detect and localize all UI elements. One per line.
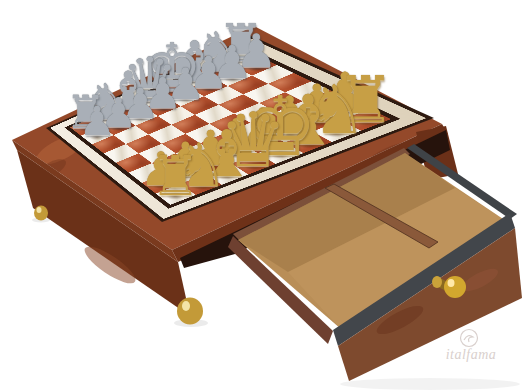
piece-white-rook-a1: ♜ [151,150,200,205]
foot-highlight [37,207,42,213]
brass-foot-left [34,206,48,221]
piece-black-pawn-a7: ♟ [79,103,115,143]
brass-foot-front [177,298,203,325]
watermark-logo [461,330,478,347]
drawer-knob[interactable] [444,276,466,298]
knob-backplate[interactable] [432,276,442,288]
chess-set-photo: italfama ♜♟♞♟♝♟♚♟♛♟♝♟♟♞♜♟♟♜♞♟♟♝♟♚♟♟♛♟♝♟♞… [0,0,523,390]
knob-highlight [448,279,455,287]
watermark-text: italfama [446,347,497,362]
drawer-shadow [340,378,520,390]
foot-highlight [182,301,190,311]
